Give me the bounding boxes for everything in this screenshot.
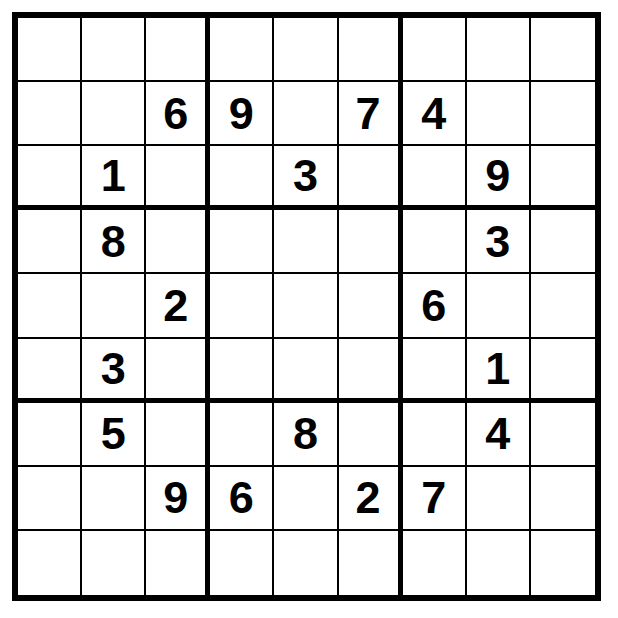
cell-r5c3-given: 2 [146, 274, 210, 338]
cell-r3c8-given: 9 [467, 146, 531, 210]
cell-r3c4[interactable] [210, 146, 274, 210]
cell-r9c8[interactable] [467, 531, 531, 595]
cell-r6c6[interactable] [339, 339, 403, 403]
cell-r8c1[interactable] [18, 467, 82, 531]
cell-r1c2[interactable] [82, 18, 146, 82]
cell-r9c6[interactable] [339, 531, 403, 595]
cell-r1c7[interactable] [403, 18, 467, 82]
cell-r5c6[interactable] [339, 274, 403, 338]
cell-r9c4[interactable] [210, 531, 274, 595]
cell-r4c5[interactable] [274, 210, 338, 274]
cell-r6c8-given: 1 [467, 339, 531, 403]
cell-r3c3[interactable] [146, 146, 210, 210]
cell-r1c3[interactable] [146, 18, 210, 82]
cell-r1c4[interactable] [210, 18, 274, 82]
cell-r7c4[interactable] [210, 403, 274, 467]
cell-r2c1[interactable] [18, 82, 82, 146]
cell-r8c2[interactable] [82, 467, 146, 531]
cell-r7c5-given: 8 [274, 403, 338, 467]
cell-r6c9[interactable] [531, 339, 595, 403]
cell-r3c6[interactable] [339, 146, 403, 210]
cell-r4c9[interactable] [531, 210, 595, 274]
cell-r5c5[interactable] [274, 274, 338, 338]
cell-r6c2-given: 3 [82, 339, 146, 403]
cell-r8c7-given: 7 [403, 467, 467, 531]
cell-r6c5[interactable] [274, 339, 338, 403]
cell-r3c5-given: 3 [274, 146, 338, 210]
cell-r7c6[interactable] [339, 403, 403, 467]
cell-r2c4-given: 9 [210, 82, 274, 146]
cell-r2c2[interactable] [82, 82, 146, 146]
cell-r4c2-given: 8 [82, 210, 146, 274]
cell-r4c8-given: 3 [467, 210, 531, 274]
cell-r7c7[interactable] [403, 403, 467, 467]
cell-r8c6-given: 2 [339, 467, 403, 531]
sudoku-board: 69741398326315849627 [18, 18, 595, 595]
cell-r3c2-given: 1 [82, 146, 146, 210]
cell-r3c7[interactable] [403, 146, 467, 210]
cell-r5c7-given: 6 [403, 274, 467, 338]
cell-r6c4[interactable] [210, 339, 274, 403]
cell-r2c6-given: 7 [339, 82, 403, 146]
cell-r6c7[interactable] [403, 339, 467, 403]
cell-r9c2[interactable] [82, 531, 146, 595]
cell-r1c9[interactable] [531, 18, 595, 82]
cell-r2c7-given: 4 [403, 82, 467, 146]
cell-r9c9[interactable] [531, 531, 595, 595]
cell-r2c3-given: 6 [146, 82, 210, 146]
cell-r4c6[interactable] [339, 210, 403, 274]
cell-r5c8[interactable] [467, 274, 531, 338]
cell-r6c3[interactable] [146, 339, 210, 403]
cell-r4c7[interactable] [403, 210, 467, 274]
cell-r7c8-given: 4 [467, 403, 531, 467]
cell-r4c4[interactable] [210, 210, 274, 274]
cell-r7c3[interactable] [146, 403, 210, 467]
cell-r3c9[interactable] [531, 146, 595, 210]
cell-r5c4[interactable] [210, 274, 274, 338]
cell-r2c8[interactable] [467, 82, 531, 146]
cell-r8c4-given: 6 [210, 467, 274, 531]
cell-r8c9[interactable] [531, 467, 595, 531]
cell-r3c1[interactable] [18, 146, 82, 210]
cell-r5c1[interactable] [18, 274, 82, 338]
cell-r8c5[interactable] [274, 467, 338, 531]
cell-r4c3[interactable] [146, 210, 210, 274]
cell-r2c5[interactable] [274, 82, 338, 146]
cell-r5c9[interactable] [531, 274, 595, 338]
cell-r1c8[interactable] [467, 18, 531, 82]
cell-r2c9[interactable] [531, 82, 595, 146]
cell-r9c7[interactable] [403, 531, 467, 595]
cell-r6c1[interactable] [18, 339, 82, 403]
cell-r1c1[interactable] [18, 18, 82, 82]
cell-r4c1[interactable] [18, 210, 82, 274]
cell-r8c3-given: 9 [146, 467, 210, 531]
cell-r5c2[interactable] [82, 274, 146, 338]
cell-r9c1[interactable] [18, 531, 82, 595]
cell-r7c9[interactable] [531, 403, 595, 467]
cell-r1c6[interactable] [339, 18, 403, 82]
sudoku-board-frame: 69741398326315849627 [12, 12, 601, 601]
cell-r8c8[interactable] [467, 467, 531, 531]
cell-r9c3[interactable] [146, 531, 210, 595]
cell-r7c1[interactable] [18, 403, 82, 467]
cell-r7c2-given: 5 [82, 403, 146, 467]
cell-r1c5[interactable] [274, 18, 338, 82]
cell-r9c5[interactable] [274, 531, 338, 595]
